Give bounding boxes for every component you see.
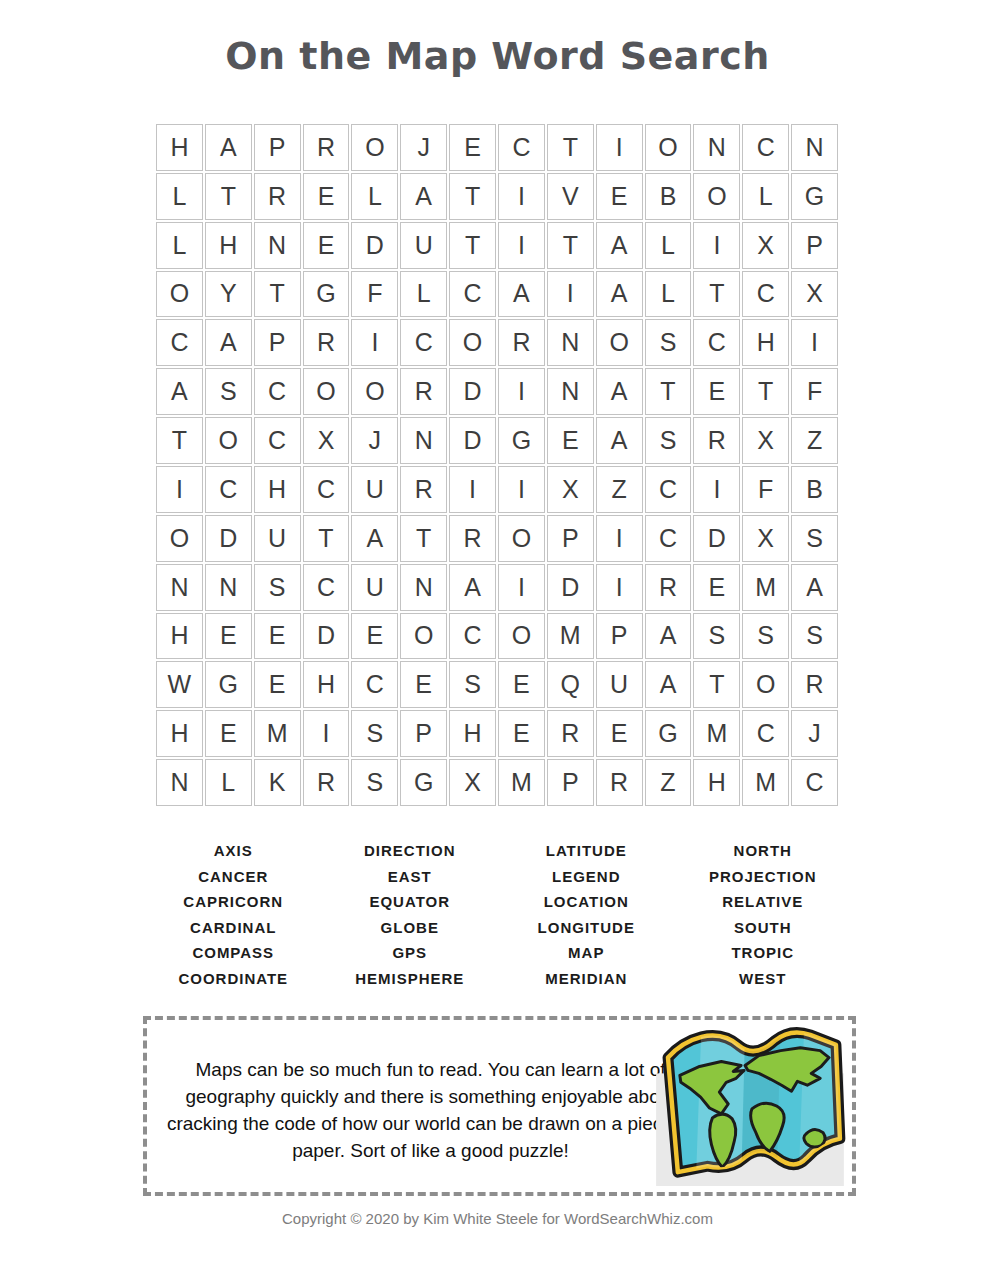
- grid-cell-r14c7: X: [449, 759, 496, 806]
- grid-cell-r10c11: R: [645, 564, 692, 611]
- grid-cell-r2c3: R: [254, 173, 301, 220]
- grid-cell-r7c12: R: [693, 417, 740, 464]
- grid-cell-r13c11: G: [645, 710, 692, 757]
- instructions-box: Maps can be so much fun to read. You can…: [143, 1016, 856, 1196]
- grid-cell-r12c14: R: [791, 661, 838, 708]
- word-item: AXIS: [145, 838, 322, 864]
- grid-cell-r8c11: C: [645, 466, 692, 513]
- grid-cell-r2c11: B: [645, 173, 692, 220]
- grid-cell-r5c9: N: [547, 319, 594, 366]
- grid-cell-r4c7: C: [449, 271, 496, 318]
- grid-cell-r14c9: P: [547, 759, 594, 806]
- word-item: MAP: [498, 940, 675, 966]
- grid-cell-r5c10: O: [596, 319, 643, 366]
- grid-cell-r11c8: O: [498, 613, 545, 660]
- grid-cell-r3c2: H: [205, 222, 252, 269]
- word-item: SOUTH: [675, 915, 852, 941]
- grid-cell-r14c14: C: [791, 759, 838, 806]
- grid-cell-r10c8: I: [498, 564, 545, 611]
- grid-cell-r3c12: I: [693, 222, 740, 269]
- grid-cell-r1c9: T: [547, 124, 594, 171]
- grid-cell-r7c2: O: [205, 417, 252, 464]
- grid-cell-r6c11: T: [645, 368, 692, 415]
- word-item: LATITUDE: [498, 838, 675, 864]
- grid-cell-r8c9: X: [547, 466, 594, 513]
- grid-cell-r10c1: N: [156, 564, 203, 611]
- grid-cell-r11c4: D: [303, 613, 350, 660]
- grid-cell-r4c1: O: [156, 271, 203, 318]
- grid-cell-r10c9: D: [547, 564, 594, 611]
- grid-cell-r8c7: I: [449, 466, 496, 513]
- grid-cell-r5c12: C: [693, 319, 740, 366]
- grid-cell-r8c6: R: [400, 466, 447, 513]
- grid-cell-r1c12: N: [693, 124, 740, 171]
- grid-cell-r5c4: R: [303, 319, 350, 366]
- grid-cell-r9c13: X: [742, 515, 789, 562]
- grid-cell-r1c1: H: [156, 124, 203, 171]
- grid-cell-r8c12: I: [693, 466, 740, 513]
- grid-cell-r14c2: L: [205, 759, 252, 806]
- grid-cell-r13c13: C: [742, 710, 789, 757]
- grid-cell-r3c7: T: [449, 222, 496, 269]
- grid-cell-r1c13: C: [742, 124, 789, 171]
- grid-cell-r10c10: I: [596, 564, 643, 611]
- grid-cell-r13c4: I: [303, 710, 350, 757]
- grid-cell-r10c5: U: [351, 564, 398, 611]
- grid-cell-r13c12: M: [693, 710, 740, 757]
- grid-cell-r12c2: G: [205, 661, 252, 708]
- grid-cell-r6c12: E: [693, 368, 740, 415]
- grid-cell-r4c9: I: [547, 271, 594, 318]
- grid-cell-r9c4: T: [303, 515, 350, 562]
- word-item: EQUATOR: [322, 889, 499, 915]
- grid-cell-r14c13: M: [742, 759, 789, 806]
- word-item: CAPRICORN: [145, 889, 322, 915]
- grid-cell-r13c5: S: [351, 710, 398, 757]
- grid-cell-r1c3: P: [254, 124, 301, 171]
- grid-cell-r13c14: J: [791, 710, 838, 757]
- grid-cell-r13c3: M: [254, 710, 301, 757]
- word-list-column-2: DIRECTIONEASTEQUATORGLOBEGPSHEMISPHERE: [322, 838, 499, 991]
- grid-cell-r2c5: L: [351, 173, 398, 220]
- grid-cell-r8c14: B: [791, 466, 838, 513]
- grid-cell-r9c6: T: [400, 515, 447, 562]
- grid-cell-r8c3: H: [254, 466, 301, 513]
- grid-cell-r3c1: L: [156, 222, 203, 269]
- grid-cell-r14c6: G: [400, 759, 447, 806]
- word-item: COORDINATE: [145, 966, 322, 992]
- grid-cell-r3c6: U: [400, 222, 447, 269]
- grid-cell-r4c6: L: [400, 271, 447, 318]
- grid-cell-r6c4: O: [303, 368, 350, 415]
- grid-cell-r7c5: J: [351, 417, 398, 464]
- grid-cell-r11c12: S: [693, 613, 740, 660]
- grid-cell-r2c9: V: [547, 173, 594, 220]
- grid-cell-r11c10: P: [596, 613, 643, 660]
- grid-cell-r12c11: A: [645, 661, 692, 708]
- grid-cell-r9c14: S: [791, 515, 838, 562]
- grid-cell-r8c5: U: [351, 466, 398, 513]
- grid-cell-r7c13: X: [742, 417, 789, 464]
- grid-cell-r1c11: O: [645, 124, 692, 171]
- grid-cell-r10c6: N: [400, 564, 447, 611]
- grid-cell-r14c8: M: [498, 759, 545, 806]
- grid-cell-r5c11: S: [645, 319, 692, 366]
- page-title: On the Map Word Search: [0, 0, 995, 78]
- grid-cell-r11c11: A: [645, 613, 692, 660]
- grid-cell-r1c4: R: [303, 124, 350, 171]
- grid-cell-r4c3: T: [254, 271, 301, 318]
- grid-cell-r13c6: P: [400, 710, 447, 757]
- grid-cell-r3c14: P: [791, 222, 838, 269]
- grid-cell-r1c7: E: [449, 124, 496, 171]
- grid-cell-r4c12: T: [693, 271, 740, 318]
- word-item: LONGITUDE: [498, 915, 675, 941]
- word-list-column-4: NORTHPROJECTIONRELATIVESOUTHTROPICWEST: [675, 838, 852, 991]
- word-item: MERIDIAN: [498, 966, 675, 992]
- grid-cell-r2c7: T: [449, 173, 496, 220]
- grid-cell-r4c13: C: [742, 271, 789, 318]
- grid-cell-r9c9: P: [547, 515, 594, 562]
- grid-cell-r1c6: J: [400, 124, 447, 171]
- grid-cell-r10c7: A: [449, 564, 496, 611]
- grid-cell-r4c14: X: [791, 271, 838, 318]
- grid-cell-r7c3: C: [254, 417, 301, 464]
- grid-cell-r12c7: S: [449, 661, 496, 708]
- grid-cell-r11c7: C: [449, 613, 496, 660]
- grid-cell-r10c3: S: [254, 564, 301, 611]
- grid-cell-r8c4: C: [303, 466, 350, 513]
- word-search-grid: HAPROJECTIONCNLTRELATIVEBOLGLHNEDUTITALI…: [155, 123, 839, 807]
- grid-cell-r9c11: C: [645, 515, 692, 562]
- grid-cell-r10c14: A: [791, 564, 838, 611]
- grid-cell-r3c4: E: [303, 222, 350, 269]
- grid-cell-r6c14: F: [791, 368, 838, 415]
- grid-cell-r12c4: H: [303, 661, 350, 708]
- grid-cell-r9c3: U: [254, 515, 301, 562]
- word-item: WEST: [675, 966, 852, 992]
- grid-cell-r3c9: T: [547, 222, 594, 269]
- grid-cell-r14c4: R: [303, 759, 350, 806]
- grid-cell-r2c8: I: [498, 173, 545, 220]
- word-item: RELATIVE: [675, 889, 852, 915]
- word-list: AXISCANCERCAPRICORNCARDINALCOMPASSCOORDI…: [145, 838, 851, 991]
- word-item: HEMISPHERE: [322, 966, 499, 992]
- grid-cell-r14c1: N: [156, 759, 203, 806]
- grid-cell-r10c2: N: [205, 564, 252, 611]
- grid-cell-r6c13: T: [742, 368, 789, 415]
- grid-cell-r5c3: P: [254, 319, 301, 366]
- grid-cell-r12c1: W: [156, 661, 203, 708]
- grid-cell-r14c11: Z: [645, 759, 692, 806]
- word-item: GPS: [322, 940, 499, 966]
- grid-cell-r7c4: X: [303, 417, 350, 464]
- word-list-column-3: LATITUDELEGENDLOCATIONLONGITUDEMAPMERIDI…: [498, 838, 675, 991]
- instructions-text: Maps can be so much fun to read. You can…: [163, 1056, 698, 1164]
- grid-cell-r5c2: A: [205, 319, 252, 366]
- grid-cell-r11c13: S: [742, 613, 789, 660]
- grid-cell-r6c1: A: [156, 368, 203, 415]
- grid-cell-r8c10: Z: [596, 466, 643, 513]
- grid-cell-r4c4: G: [303, 271, 350, 318]
- grid-cell-r2c6: A: [400, 173, 447, 220]
- grid-cell-r1c5: O: [351, 124, 398, 171]
- grid-cell-r5c7: O: [449, 319, 496, 366]
- grid-cell-r9c5: A: [351, 515, 398, 562]
- grid-cell-r3c10: A: [596, 222, 643, 269]
- grid-cell-r7c11: S: [645, 417, 692, 464]
- grid-cell-r8c8: I: [498, 466, 545, 513]
- grid-cell-r2c4: E: [303, 173, 350, 220]
- grid-cell-r12c5: C: [351, 661, 398, 708]
- grid-cell-r7c6: N: [400, 417, 447, 464]
- grid-cell-r14c10: R: [596, 759, 643, 806]
- grid-cell-r4c5: F: [351, 271, 398, 318]
- grid-cell-r7c9: E: [547, 417, 594, 464]
- grid-cell-r2c10: E: [596, 173, 643, 220]
- grid-cell-r14c12: H: [693, 759, 740, 806]
- grid-cell-r3c13: X: [742, 222, 789, 269]
- word-item: NORTH: [675, 838, 852, 864]
- word-item: LOCATION: [498, 889, 675, 915]
- grid-cell-r2c13: L: [742, 173, 789, 220]
- grid-cell-r5c14: I: [791, 319, 838, 366]
- grid-cell-r12c6: E: [400, 661, 447, 708]
- grid-cell-r12c8: E: [498, 661, 545, 708]
- grid-cell-r5c5: I: [351, 319, 398, 366]
- grid-cell-r1c2: A: [205, 124, 252, 171]
- grid-cell-r2c14: G: [791, 173, 838, 220]
- grid-cell-r6c9: N: [547, 368, 594, 415]
- grid-cell-r8c2: C: [205, 466, 252, 513]
- grid-cell-r14c5: S: [351, 759, 398, 806]
- grid-cell-r6c7: D: [449, 368, 496, 415]
- grid-cell-r3c8: I: [498, 222, 545, 269]
- grid-cell-r7c8: G: [498, 417, 545, 464]
- grid-cell-r1c10: I: [596, 124, 643, 171]
- grid-cell-r9c1: O: [156, 515, 203, 562]
- grid-cell-r9c10: I: [596, 515, 643, 562]
- grid-cell-r3c11: L: [645, 222, 692, 269]
- grid-cell-r1c8: C: [498, 124, 545, 171]
- grid-cell-r8c13: F: [742, 466, 789, 513]
- continent-australia: [804, 1129, 825, 1147]
- grid-cell-r12c13: O: [742, 661, 789, 708]
- grid-cell-r13c7: H: [449, 710, 496, 757]
- folded-map-illustration: [650, 1022, 848, 1188]
- grid-cell-r10c13: M: [742, 564, 789, 611]
- grid-cell-r11c6: O: [400, 613, 447, 660]
- grid-cell-r6c2: S: [205, 368, 252, 415]
- grid-cell-r12c3: E: [254, 661, 301, 708]
- grid-cell-r4c11: L: [645, 271, 692, 318]
- grid-cell-r1c14: N: [791, 124, 838, 171]
- grid-cell-r11c1: H: [156, 613, 203, 660]
- grid-cell-r13c1: H: [156, 710, 203, 757]
- grid-cell-r2c1: L: [156, 173, 203, 220]
- word-item: DIRECTION: [322, 838, 499, 864]
- grid-cell-r6c3: C: [254, 368, 301, 415]
- grid-cell-r6c8: I: [498, 368, 545, 415]
- word-item: TROPIC: [675, 940, 852, 966]
- grid-cell-r13c9: R: [547, 710, 594, 757]
- grid-cell-r7c14: Z: [791, 417, 838, 464]
- grid-cell-r5c8: R: [498, 319, 545, 366]
- grid-cell-r11c5: E: [351, 613, 398, 660]
- grid-cell-r12c9: Q: [547, 661, 594, 708]
- grid-cell-r2c2: T: [205, 173, 252, 220]
- word-item: LEGEND: [498, 864, 675, 890]
- grid-cell-r11c3: E: [254, 613, 301, 660]
- grid-cell-r13c10: E: [596, 710, 643, 757]
- grid-cell-r14c3: K: [254, 759, 301, 806]
- grid-cell-r13c8: E: [498, 710, 545, 757]
- grid-cell-r9c12: D: [693, 515, 740, 562]
- grid-cell-r13c2: E: [205, 710, 252, 757]
- grid-cell-r11c2: E: [205, 613, 252, 660]
- grid-cell-r10c12: E: [693, 564, 740, 611]
- word-item: PROJECTION: [675, 864, 852, 890]
- grid-cell-r4c10: A: [596, 271, 643, 318]
- grid-cell-r11c14: S: [791, 613, 838, 660]
- grid-cell-r11c9: M: [547, 613, 594, 660]
- word-item: COMPASS: [145, 940, 322, 966]
- grid-cell-r9c8: O: [498, 515, 545, 562]
- grid-cell-r7c7: D: [449, 417, 496, 464]
- grid-cell-r4c8: A: [498, 271, 545, 318]
- grid-cell-r12c12: T: [693, 661, 740, 708]
- grid-cell-r12c10: U: [596, 661, 643, 708]
- word-list-column-1: AXISCANCERCAPRICORNCARDINALCOMPASSCOORDI…: [145, 838, 322, 991]
- grid-cell-r10c4: C: [303, 564, 350, 611]
- grid-cell-r6c10: A: [596, 368, 643, 415]
- word-item: CARDINAL: [145, 915, 322, 941]
- word-item: GLOBE: [322, 915, 499, 941]
- grid-cell-r9c2: D: [205, 515, 252, 562]
- grid-cell-r7c10: A: [596, 417, 643, 464]
- grid-cell-r5c6: C: [400, 319, 447, 366]
- grid-cell-r9c7: R: [449, 515, 496, 562]
- grid-cell-r3c3: N: [254, 222, 301, 269]
- copyright-text: Copyright © 2020 by Kim White Steele for…: [0, 1210, 995, 1227]
- grid-cell-r3c5: D: [351, 222, 398, 269]
- word-item: EAST: [322, 864, 499, 890]
- grid-cell-r4c2: Y: [205, 271, 252, 318]
- grid-cell-r8c1: I: [156, 466, 203, 513]
- grid-cell-r6c5: O: [351, 368, 398, 415]
- grid-cell-r6c6: R: [400, 368, 447, 415]
- grid-cell-r5c13: H: [742, 319, 789, 366]
- grid-cell-r2c12: O: [693, 173, 740, 220]
- grid-cell-r7c1: T: [156, 417, 203, 464]
- word-search-grid-wrap: HAPROJECTIONCNLTRELATIVEBOLGLHNEDUTITALI…: [155, 123, 839, 807]
- grid-cell-r5c1: C: [156, 319, 203, 366]
- word-item: CANCER: [145, 864, 322, 890]
